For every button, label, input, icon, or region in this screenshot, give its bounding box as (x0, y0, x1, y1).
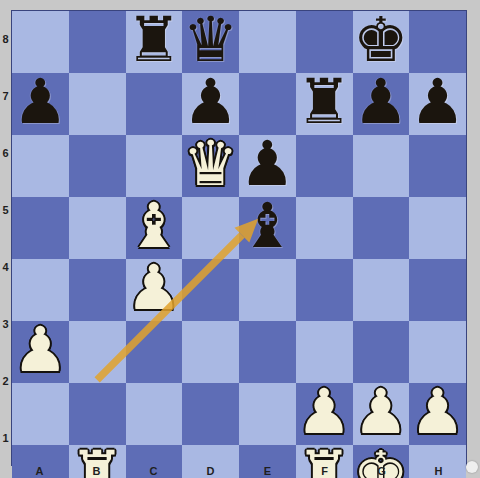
file-label-f: F (296, 464, 353, 478)
file-label-e: E (239, 464, 296, 478)
rank-label-6: 6 (0, 124, 11, 181)
square-d3[interactable] (182, 321, 239, 383)
resize-handle-dot (466, 461, 478, 473)
square-d5[interactable] (182, 197, 239, 259)
square-c7[interactable] (126, 73, 183, 135)
square-a4[interactable] (12, 259, 69, 321)
square-b5[interactable] (69, 197, 126, 259)
piece-black-bishop[interactable]: ♝ (240, 195, 296, 257)
piece-white-pawn[interactable]: ♟ (296, 381, 352, 443)
file-labels: ABCDEFGH (11, 464, 467, 478)
file-label-c: C (125, 464, 182, 478)
square-b3[interactable] (69, 321, 126, 383)
piece-white-bishop[interactable]: ♝ (126, 195, 182, 257)
square-d8[interactable]: ♛ (182, 11, 239, 73)
square-b6[interactable] (69, 135, 126, 197)
square-b7[interactable] (69, 73, 126, 135)
square-g5[interactable] (353, 197, 410, 259)
piece-white-pawn[interactable]: ♟ (410, 381, 466, 443)
piece-white-pawn[interactable]: ♟ (13, 319, 69, 381)
piece-black-pawn[interactable]: ♟ (240, 133, 296, 195)
square-a5[interactable] (12, 197, 69, 259)
square-e5[interactable]: ♝ (239, 197, 296, 259)
square-a2[interactable] (12, 383, 69, 445)
square-e2[interactable] (239, 383, 296, 445)
piece-black-rook[interactable]: ♜ (296, 71, 352, 133)
file-label-g: G (353, 464, 410, 478)
square-e7[interactable] (239, 73, 296, 135)
square-a3[interactable]: ♟ (12, 321, 69, 383)
square-a7[interactable]: ♟ (12, 73, 69, 135)
square-g8[interactable]: ♚ (353, 11, 410, 73)
square-c4[interactable]: ♟ (126, 259, 183, 321)
file-label-d: D (182, 464, 239, 478)
piece-white-pawn[interactable]: ♟ (353, 381, 409, 443)
square-d6[interactable]: ♛ (182, 135, 239, 197)
piece-black-rook[interactable]: ♜ (126, 9, 182, 71)
piece-white-queen[interactable]: ♛ (183, 133, 239, 195)
square-f4[interactable] (296, 259, 353, 321)
square-b8[interactable] (69, 11, 126, 73)
piece-black-queen[interactable]: ♛ (183, 9, 239, 71)
square-g4[interactable] (353, 259, 410, 321)
square-d7[interactable]: ♟ (182, 73, 239, 135)
square-c5[interactable]: ♝ (126, 197, 183, 259)
square-h5[interactable] (409, 197, 466, 259)
square-g6[interactable] (353, 135, 410, 197)
square-b4[interactable] (69, 259, 126, 321)
square-a6[interactable] (12, 135, 69, 197)
piece-black-pawn[interactable]: ♟ (183, 71, 239, 133)
piece-black-king[interactable]: ♚ (353, 9, 409, 71)
rank-label-7: 7 (0, 67, 11, 124)
rank-label-3: 3 (0, 295, 11, 352)
piece-white-pawn[interactable]: ♟ (126, 257, 182, 319)
rank-label-4: 4 (0, 238, 11, 295)
square-h7[interactable]: ♟ (409, 73, 466, 135)
square-f3[interactable] (296, 321, 353, 383)
file-label-b: B (68, 464, 125, 478)
square-h2[interactable]: ♟ (409, 383, 466, 445)
rank-label-5: 5 (0, 181, 11, 238)
square-a8[interactable] (12, 11, 69, 73)
piece-black-pawn[interactable]: ♟ (13, 71, 69, 133)
square-h8[interactable] (409, 11, 466, 73)
rank-labels: 87654321 (0, 10, 11, 466)
square-b2[interactable] (69, 383, 126, 445)
square-e6[interactable]: ♟ (239, 135, 296, 197)
square-g7[interactable]: ♟ (353, 73, 410, 135)
square-c2[interactable] (126, 383, 183, 445)
square-f5[interactable] (296, 197, 353, 259)
square-d2[interactable] (182, 383, 239, 445)
square-e8[interactable] (239, 11, 296, 73)
file-label-a: A (11, 464, 68, 478)
square-e3[interactable] (239, 321, 296, 383)
square-g2[interactable]: ♟ (353, 383, 410, 445)
file-label-h: H (410, 464, 467, 478)
square-d4[interactable] (182, 259, 239, 321)
square-c6[interactable] (126, 135, 183, 197)
chess-board-app: ♜♛♚♟♟♜♟♟♛♟♝♝♟♟♟♟♟♜♜♚ 87654321 ABCDEFGH (0, 0, 480, 478)
square-h6[interactable] (409, 135, 466, 197)
piece-black-pawn[interactable]: ♟ (353, 71, 409, 133)
square-h3[interactable] (409, 321, 466, 383)
piece-black-pawn[interactable]: ♟ (410, 71, 466, 133)
square-c3[interactable] (126, 321, 183, 383)
rank-label-1: 1 (0, 409, 11, 466)
square-f7[interactable]: ♜ (296, 73, 353, 135)
square-f2[interactable]: ♟ (296, 383, 353, 445)
chess-board: ♜♛♚♟♟♜♟♟♛♟♝♝♟♟♟♟♟♜♜♚ (11, 10, 467, 466)
square-f8[interactable] (296, 11, 353, 73)
square-h4[interactable] (409, 259, 466, 321)
square-e4[interactable] (239, 259, 296, 321)
rank-label-2: 2 (0, 352, 11, 409)
square-f6[interactable] (296, 135, 353, 197)
square-c8[interactable]: ♜ (126, 11, 183, 73)
square-g3[interactable] (353, 321, 410, 383)
rank-label-8: 8 (0, 10, 11, 67)
